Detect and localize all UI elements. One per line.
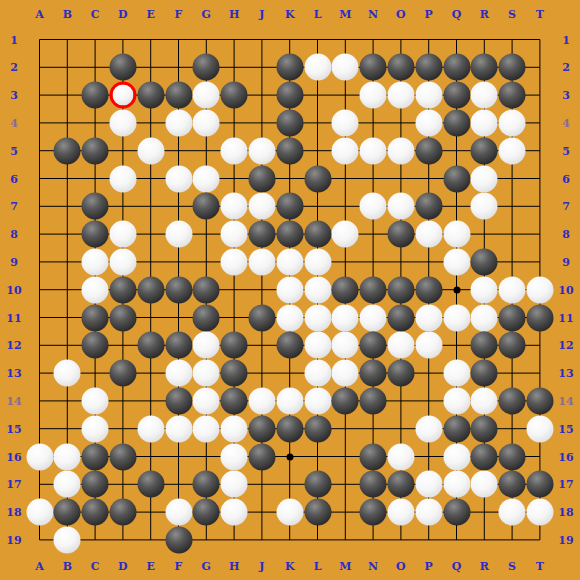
stone-black-E10[interactable]	[137, 276, 164, 303]
star-point-Q10	[453, 286, 460, 293]
stone-white-Q14[interactable]	[443, 387, 470, 414]
row-label-right-17: 17	[558, 479, 573, 490]
stone-white-H16[interactable]	[221, 443, 248, 470]
stone-black-P2[interactable]	[415, 54, 442, 81]
stone-white-D8[interactable]	[109, 221, 136, 248]
stone-black-E12[interactable]	[137, 332, 164, 359]
stone-black-S12[interactable]	[499, 332, 526, 359]
stone-black-L8[interactable]	[304, 221, 331, 248]
stone-black-K5[interactable]	[276, 137, 303, 164]
stone-white-O16[interactable]	[387, 443, 414, 470]
stone-black-R12[interactable]	[471, 332, 498, 359]
stone-black-S3[interactable]	[499, 82, 526, 109]
stone-black-G7[interactable]	[193, 193, 220, 220]
row-label-right-2: 2	[562, 62, 570, 73]
col-label-top-P: P	[425, 9, 433, 20]
stone-white-N5[interactable]	[360, 137, 387, 164]
stone-black-N13[interactable]	[360, 360, 387, 387]
stone-black-C17[interactable]	[82, 471, 109, 498]
col-label-top-B: B	[63, 9, 72, 20]
stone-white-L12[interactable]	[304, 332, 331, 359]
stone-white-D6[interactable]	[109, 165, 136, 192]
stone-black-M10[interactable]	[332, 276, 359, 303]
col-label-bottom-D: D	[118, 561, 128, 572]
stone-white-C14[interactable]	[82, 387, 109, 414]
stone-white-L10[interactable]	[304, 276, 331, 303]
stone-black-F14[interactable]	[165, 387, 192, 414]
row-label-left-18: 18	[6, 507, 21, 518]
stone-white-H15[interactable]	[221, 415, 248, 442]
stone-white-B16[interactable]	[54, 443, 81, 470]
stone-white-E5[interactable]	[137, 137, 164, 164]
stone-white-N7[interactable]	[360, 193, 387, 220]
stone-black-L17[interactable]	[304, 471, 331, 498]
stone-white-M2[interactable]	[332, 54, 359, 81]
col-label-bottom-S: S	[508, 561, 516, 572]
row-label-right-4: 4	[562, 117, 570, 128]
stone-white-Q16[interactable]	[443, 443, 470, 470]
stone-black-O2[interactable]	[387, 54, 414, 81]
stone-white-O3[interactable]	[387, 82, 414, 109]
row-label-right-19: 19	[558, 534, 573, 545]
stone-black-G10[interactable]	[193, 276, 220, 303]
col-label-bottom-C: C	[91, 561, 100, 572]
row-label-left-14: 14	[6, 395, 21, 406]
go-board[interactable]: AABBCCDDEEFFGGHHJJKKLLMMNNOOPPQQRRSSTT11…	[0, 0, 580, 580]
col-label-top-C: C	[91, 9, 100, 20]
col-label-bottom-L: L	[314, 561, 322, 572]
col-label-top-A: A	[35, 9, 44, 20]
col-label-bottom-E: E	[146, 561, 154, 572]
stone-white-Q17[interactable]	[443, 471, 470, 498]
stone-black-E17[interactable]	[137, 471, 164, 498]
stone-white-S18[interactable]	[499, 499, 526, 526]
stone-black-C18[interactable]	[82, 499, 109, 526]
row-label-right-10: 10	[558, 284, 573, 295]
stone-white-G12[interactable]	[193, 332, 220, 359]
stone-black-R15[interactable]	[471, 415, 498, 442]
col-label-top-N: N	[368, 9, 378, 20]
row-label-right-18: 18	[558, 507, 573, 518]
row-label-left-5: 5	[10, 145, 18, 156]
stone-black-N17[interactable]	[360, 471, 387, 498]
stone-black-H3[interactable]	[221, 82, 248, 109]
col-label-bottom-A: A	[35, 561, 44, 572]
stone-white-B17[interactable]	[54, 471, 81, 498]
stone-black-J11[interactable]	[248, 304, 275, 331]
stone-black-L6[interactable]	[304, 165, 331, 192]
stone-black-D13[interactable]	[109, 360, 136, 387]
col-label-top-O: O	[396, 9, 406, 20]
stone-white-K18[interactable]	[276, 499, 303, 526]
stone-white-M5[interactable]	[332, 137, 359, 164]
stone-black-B5[interactable]	[54, 137, 81, 164]
stone-white-M4[interactable]	[332, 109, 359, 136]
stone-black-T17[interactable]	[526, 471, 553, 498]
stone-white-R11[interactable]	[471, 304, 498, 331]
stone-black-C5[interactable]	[82, 137, 109, 164]
col-label-top-D: D	[118, 9, 128, 20]
stone-white-M8[interactable]	[332, 221, 359, 248]
stone-black-N14[interactable]	[360, 387, 387, 414]
row-label-left-17: 17	[6, 479, 21, 490]
stone-white-F13[interactable]	[165, 360, 192, 387]
stone-black-R5[interactable]	[471, 137, 498, 164]
stone-black-S11[interactable]	[499, 304, 526, 331]
col-label-bottom-J: J	[259, 561, 264, 572]
stone-black-J8[interactable]	[248, 221, 275, 248]
row-label-right-6: 6	[562, 173, 570, 184]
stone-white-Q8[interactable]	[443, 221, 470, 248]
col-label-bottom-K: K	[285, 561, 295, 572]
row-label-right-16: 16	[558, 451, 573, 462]
stone-white-P8[interactable]	[415, 221, 442, 248]
stone-white-O5[interactable]	[387, 137, 414, 164]
stone-black-C7[interactable]	[82, 193, 109, 220]
stone-black-D2[interactable]	[109, 54, 136, 81]
stone-white-T18[interactable]	[526, 499, 553, 526]
row-label-right-3: 3	[562, 90, 570, 101]
stone-black-Q4[interactable]	[443, 109, 470, 136]
row-label-right-12: 12	[558, 340, 573, 351]
stone-black-Q2[interactable]	[443, 54, 470, 81]
stone-white-R10[interactable]	[471, 276, 498, 303]
col-label-bottom-Q: Q	[452, 561, 462, 572]
stone-black-P5[interactable]	[415, 137, 442, 164]
stone-white-P18[interactable]	[415, 499, 442, 526]
row-label-right-11: 11	[558, 312, 573, 323]
stone-white-D9[interactable]	[109, 248, 136, 275]
stone-black-S16[interactable]	[499, 443, 526, 470]
stone-white-P3[interactable]	[415, 82, 442, 109]
stone-white-H17[interactable]	[221, 471, 248, 498]
stone-black-Q18[interactable]	[443, 499, 470, 526]
stone-black-E3[interactable]	[137, 82, 164, 109]
stone-white-Q13[interactable]	[443, 360, 470, 387]
stone-black-T14[interactable]	[526, 387, 553, 414]
stone-white-H9[interactable]	[221, 248, 248, 275]
last-move-marker-D3[interactable]	[109, 82, 136, 109]
stone-white-N3[interactable]	[360, 82, 387, 109]
stone-black-K7[interactable]	[276, 193, 303, 220]
stone-black-L18[interactable]	[304, 499, 331, 526]
stone-white-F18[interactable]	[165, 499, 192, 526]
col-label-top-T: T	[536, 9, 544, 20]
stone-black-G17[interactable]	[193, 471, 220, 498]
stone-black-L15[interactable]	[304, 415, 331, 442]
stone-white-J9[interactable]	[248, 248, 275, 275]
stone-black-S14[interactable]	[499, 387, 526, 414]
col-label-top-G: G	[202, 9, 211, 20]
stone-black-B18[interactable]	[54, 499, 81, 526]
stone-black-F19[interactable]	[165, 526, 192, 553]
stone-black-N10[interactable]	[360, 276, 387, 303]
col-label-top-Q: Q	[452, 9, 462, 20]
stone-white-L9[interactable]	[304, 248, 331, 275]
stone-white-H5[interactable]	[221, 137, 248, 164]
stone-black-R13[interactable]	[471, 360, 498, 387]
stone-black-N2[interactable]	[360, 54, 387, 81]
stone-black-F12[interactable]	[165, 332, 192, 359]
row-label-left-16: 16	[6, 451, 21, 462]
stone-black-R2[interactable]	[471, 54, 498, 81]
stone-black-K4[interactable]	[276, 109, 303, 136]
stone-black-Q3[interactable]	[443, 82, 470, 109]
stone-black-G11[interactable]	[193, 304, 220, 331]
stone-white-R7[interactable]	[471, 193, 498, 220]
stone-white-H7[interactable]	[221, 193, 248, 220]
stone-black-C12[interactable]	[82, 332, 109, 359]
stone-white-G4[interactable]	[193, 109, 220, 136]
stone-white-D4[interactable]	[109, 109, 136, 136]
stone-white-O7[interactable]	[387, 193, 414, 220]
stone-white-J14[interactable]	[248, 387, 275, 414]
row-label-right-13: 13	[558, 368, 573, 379]
stone-black-S2[interactable]	[499, 54, 526, 81]
row-label-left-9: 9	[10, 256, 18, 267]
stone-white-K10[interactable]	[276, 276, 303, 303]
stone-white-C15[interactable]	[82, 415, 109, 442]
stone-white-K11[interactable]	[276, 304, 303, 331]
stone-white-N11[interactable]	[360, 304, 387, 331]
stone-black-N16[interactable]	[360, 443, 387, 470]
stone-black-O8[interactable]	[387, 221, 414, 248]
stone-white-S5[interactable]	[499, 137, 526, 164]
col-label-bottom-G: G	[202, 561, 211, 572]
col-label-bottom-O: O	[396, 561, 406, 572]
row-label-left-11: 11	[6, 312, 21, 323]
stone-white-L2[interactable]	[304, 54, 331, 81]
stone-black-C11[interactable]	[82, 304, 109, 331]
row-label-right-1: 1	[562, 34, 570, 45]
col-label-bottom-T: T	[536, 561, 544, 572]
stone-black-Q6[interactable]	[443, 165, 470, 192]
stone-white-G13[interactable]	[193, 360, 220, 387]
row-label-right-14: 14	[558, 395, 573, 406]
col-label-bottom-F: F	[175, 561, 183, 572]
stone-white-G6[interactable]	[193, 165, 220, 192]
stone-black-R16[interactable]	[471, 443, 498, 470]
row-label-left-1: 1	[10, 34, 18, 45]
row-label-left-8: 8	[10, 229, 18, 240]
stone-white-B19[interactable]	[54, 526, 81, 553]
stone-white-T15[interactable]	[526, 415, 553, 442]
col-label-top-S: S	[508, 9, 516, 20]
stone-black-R9[interactable]	[471, 248, 498, 275]
stone-black-H13[interactable]	[221, 360, 248, 387]
col-label-top-K: K	[285, 9, 295, 20]
stone-white-O18[interactable]	[387, 499, 414, 526]
stone-black-O13[interactable]	[387, 360, 414, 387]
col-label-top-J: J	[259, 9, 264, 20]
row-label-left-12: 12	[6, 340, 21, 351]
stone-black-F3[interactable]	[165, 82, 192, 109]
row-label-right-8: 8	[562, 229, 570, 240]
stone-white-R17[interactable]	[471, 471, 498, 498]
row-label-left-4: 4	[10, 117, 18, 128]
col-label-top-L: L	[314, 9, 322, 20]
stone-black-C8[interactable]	[82, 221, 109, 248]
stone-white-M13[interactable]	[332, 360, 359, 387]
stone-black-D11[interactable]	[109, 304, 136, 331]
stone-black-K12[interactable]	[276, 332, 303, 359]
row-label-left-7: 7	[10, 201, 18, 212]
stone-white-Q11[interactable]	[443, 304, 470, 331]
col-label-bottom-R: R	[480, 561, 489, 572]
stone-white-M11[interactable]	[332, 304, 359, 331]
stone-black-S17[interactable]	[499, 471, 526, 498]
stone-white-R4[interactable]	[471, 109, 498, 136]
star-point-K16	[286, 453, 293, 460]
row-label-left-2: 2	[10, 62, 18, 73]
col-label-bottom-B: B	[63, 561, 72, 572]
stone-white-B13[interactable]	[54, 360, 81, 387]
stone-white-G15[interactable]	[193, 415, 220, 442]
row-label-left-19: 19	[6, 534, 21, 545]
row-label-left-6: 6	[10, 173, 18, 184]
stone-white-P17[interactable]	[415, 471, 442, 498]
stone-white-H18[interactable]	[221, 499, 248, 526]
stone-black-J6[interactable]	[248, 165, 275, 192]
stone-white-Q9[interactable]	[443, 248, 470, 275]
row-label-left-13: 13	[6, 368, 21, 379]
stone-black-C16[interactable]	[82, 443, 109, 470]
stone-black-J16[interactable]	[248, 443, 275, 470]
stone-white-C9[interactable]	[82, 248, 109, 275]
stone-white-F8[interactable]	[165, 221, 192, 248]
stone-white-R3[interactable]	[471, 82, 498, 109]
stone-black-M14[interactable]	[332, 387, 359, 414]
row-label-right-7: 7	[562, 201, 570, 212]
stone-black-J15[interactable]	[248, 415, 275, 442]
row-label-right-9: 9	[562, 256, 570, 267]
stone-white-O12[interactable]	[387, 332, 414, 359]
stone-white-E15[interactable]	[137, 415, 164, 442]
row-label-right-15: 15	[558, 423, 573, 434]
stone-white-S4[interactable]	[499, 109, 526, 136]
col-label-top-M: M	[339, 9, 351, 20]
stone-black-G18[interactable]	[193, 499, 220, 526]
stone-white-F15[interactable]	[165, 415, 192, 442]
row-label-left-3: 3	[10, 90, 18, 101]
stone-white-F4[interactable]	[165, 109, 192, 136]
stone-black-H14[interactable]	[221, 387, 248, 414]
stone-black-D18[interactable]	[109, 499, 136, 526]
col-label-top-R: R	[480, 9, 489, 20]
stone-white-L14[interactable]	[304, 387, 331, 414]
stone-white-K14[interactable]	[276, 387, 303, 414]
stone-white-G14[interactable]	[193, 387, 220, 414]
stone-white-R14[interactable]	[471, 387, 498, 414]
stone-white-H8[interactable]	[221, 221, 248, 248]
stone-white-R6[interactable]	[471, 165, 498, 192]
stone-white-L13[interactable]	[304, 360, 331, 387]
stone-black-C3[interactable]	[82, 82, 109, 109]
row-label-left-10: 10	[6, 284, 21, 295]
stone-black-N18[interactable]	[360, 499, 387, 526]
col-label-bottom-M: M	[339, 561, 351, 572]
stone-black-P7[interactable]	[415, 193, 442, 220]
stone-black-K3[interactable]	[276, 82, 303, 109]
col-label-bottom-P: P	[425, 561, 433, 572]
stone-black-K15[interactable]	[276, 415, 303, 442]
stone-white-C10[interactable]	[82, 276, 109, 303]
stone-white-A16[interactable]	[26, 443, 53, 470]
col-label-top-H: H	[229, 9, 239, 20]
stone-black-F10[interactable]	[165, 276, 192, 303]
stone-white-S10[interactable]	[499, 276, 526, 303]
row-label-left-15: 15	[6, 423, 21, 434]
stone-black-K2[interactable]	[276, 54, 303, 81]
stone-white-P12[interactable]	[415, 332, 442, 359]
stone-black-O10[interactable]	[387, 276, 414, 303]
stone-black-Q15[interactable]	[443, 415, 470, 442]
stone-white-J5[interactable]	[248, 137, 275, 164]
col-label-top-E: E	[146, 9, 154, 20]
stone-black-K8[interactable]	[276, 221, 303, 248]
stone-white-P15[interactable]	[415, 415, 442, 442]
stone-black-D10[interactable]	[109, 276, 136, 303]
col-label-bottom-N: N	[368, 561, 378, 572]
stone-black-O17[interactable]	[387, 471, 414, 498]
stone-black-H12[interactable]	[221, 332, 248, 359]
stone-black-T11[interactable]	[526, 304, 553, 331]
stone-white-M12[interactable]	[332, 332, 359, 359]
stone-white-J7[interactable]	[248, 193, 275, 220]
stone-white-G3[interactable]	[193, 82, 220, 109]
stone-black-P10[interactable]	[415, 276, 442, 303]
stone-black-N12[interactable]	[360, 332, 387, 359]
stone-white-T10[interactable]	[526, 276, 553, 303]
stone-white-A18[interactable]	[26, 499, 53, 526]
stone-white-P4[interactable]	[415, 109, 442, 136]
stone-white-L11[interactable]	[304, 304, 331, 331]
stone-black-D16[interactable]	[109, 443, 136, 470]
stone-white-K9[interactable]	[276, 248, 303, 275]
col-label-top-F: F	[175, 9, 183, 20]
stone-white-F6[interactable]	[165, 165, 192, 192]
stone-black-G2[interactable]	[193, 54, 220, 81]
col-label-bottom-H: H	[229, 561, 239, 572]
stone-white-P11[interactable]	[415, 304, 442, 331]
stone-black-O11[interactable]	[387, 304, 414, 331]
row-label-right-5: 5	[562, 145, 570, 156]
